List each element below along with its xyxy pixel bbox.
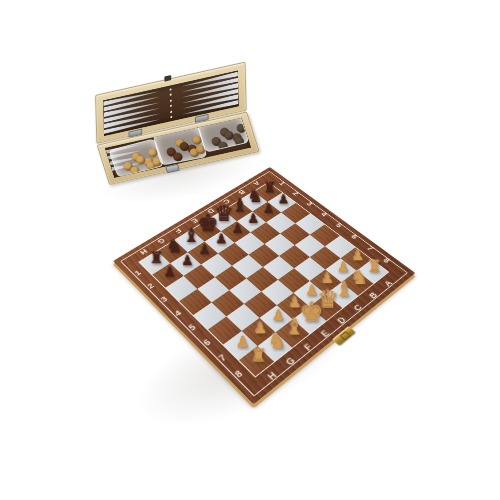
file-label-top-b: B (236, 188, 246, 195)
king-glyph-icon: ♚ (197, 211, 218, 235)
knight-glyph-icon: ♞ (268, 330, 287, 351)
pin-dot-icon (170, 93, 172, 95)
square-e3 (218, 243, 248, 266)
bag-piece-dot (129, 165, 141, 176)
pawn-glyph-icon: ♟ (263, 202, 275, 215)
square-b3 (266, 212, 295, 233)
square-a1 (254, 183, 282, 202)
pawn-glyph-icon: ♟ (232, 222, 244, 235)
pawn-glyph-icon: ♟ (199, 242, 211, 256)
pin-dot-icon (170, 105, 172, 107)
pawn-glyph-icon: ♟ (337, 259, 350, 273)
piece-bag-dark (197, 118, 250, 153)
file-label-top-g: G (155, 237, 166, 245)
bishop-glyph-icon: ♝ (232, 196, 249, 215)
square-c2 (237, 211, 266, 232)
rook-glyph-icon: ♜ (367, 259, 381, 275)
file-label-top-c: C (221, 198, 231, 205)
bag-piece-dot (217, 141, 229, 152)
knight-glyph-icon: ♞ (351, 268, 368, 287)
rank-label-right-1: 1 (277, 181, 286, 187)
rook-glyph-icon: ♜ (263, 181, 276, 195)
square-a2 (267, 193, 295, 213)
rank-label-right-6: 6 (349, 234, 358, 241)
square-b2 (252, 202, 281, 222)
square-c4 (265, 234, 295, 256)
rank-label-right-5: 5 (334, 222, 343, 229)
square-d1 (208, 210, 237, 231)
pawn-glyph-icon: ♟ (181, 253, 194, 267)
pin-dot-icon (170, 110, 172, 112)
file-label-top-f: F (173, 227, 182, 234)
product-photo: HHGGFFEEDDCCBBAA1122334455667788♜♞♝♚♛♝♞♜… (0, 0, 500, 500)
square-c5 (279, 245, 310, 268)
bishop-glyph-icon: ♝ (183, 226, 200, 245)
square-b1 (239, 192, 267, 212)
knight-glyph-icon: ♞ (247, 188, 263, 205)
square-f2 (188, 242, 218, 265)
file-label-top-a: A (251, 180, 261, 187)
rank-label-right-4: 4 (319, 212, 328, 218)
square-d4 (249, 244, 280, 267)
chess-board: HHGGFFEEDDCCBBAA1122334455667788♜♞♝♚♛♝♞♜… (113, 167, 415, 404)
square-a5 (310, 224, 340, 246)
pawn-glyph-icon: ♟ (278, 193, 289, 206)
square-f1 (175, 230, 205, 252)
chess-board-wrap: HHGGFFEEDDCCBBAA1122334455667788♜♞♝♚♛♝♞♜… (156, 160, 370, 374)
queen-glyph-icon: ♛ (214, 203, 233, 225)
file-label-top-e: E (189, 217, 199, 224)
square-a6 (325, 236, 355, 259)
pin-dot-icon (170, 116, 172, 118)
square-e1 (192, 220, 221, 242)
pawn-glyph-icon: ♟ (163, 265, 176, 279)
pawn-glyph-icon: ♟ (215, 232, 227, 246)
bishop-glyph-icon: ♝ (285, 316, 305, 338)
square-e2 (205, 231, 235, 253)
lid-clasp-hook-icon (164, 75, 171, 82)
square-c1 (224, 201, 253, 221)
square-c3 (251, 222, 281, 244)
pawn-glyph-icon: ♟ (247, 212, 259, 225)
rook-glyph-icon: ♜ (149, 250, 163, 266)
file-label-top-d: D (205, 207, 215, 214)
rank-label-right-2: 2 (291, 191, 300, 197)
pawn-glyph-icon: ♟ (236, 334, 250, 350)
square-d3 (235, 232, 265, 254)
square-a3 (281, 203, 310, 223)
bag-piece-dot (233, 136, 245, 147)
square-a4 (295, 214, 324, 235)
pin-dot-icon (170, 88, 172, 90)
pawn-glyph-icon: ♟ (272, 307, 285, 322)
knight-glyph-icon: ♞ (166, 237, 183, 256)
square-d2 (221, 221, 251, 243)
pawn-glyph-icon: ♟ (352, 248, 364, 262)
square-b5 (295, 235, 325, 257)
square-g1 (157, 240, 187, 263)
rank-label-right-3: 3 (305, 201, 314, 207)
pin-dot-icon (170, 99, 172, 101)
pawn-glyph-icon: ♟ (321, 271, 334, 285)
square-b4 (280, 223, 310, 245)
rook-glyph-icon: ♜ (251, 347, 267, 365)
pawn-glyph-icon: ♟ (254, 320, 268, 335)
